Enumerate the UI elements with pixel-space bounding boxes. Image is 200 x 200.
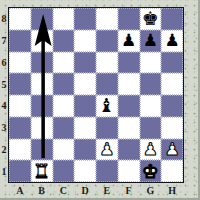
rank-label-3: 3 [0, 117, 8, 139]
square-g3[interactable] [140, 117, 162, 139]
black-pawn[interactable]: ♟ [165, 30, 180, 51]
square-e6[interactable] [96, 52, 118, 74]
square-f7[interactable]: ♟ [118, 30, 140, 52]
square-a4[interactable] [9, 95, 31, 117]
square-d7[interactable] [74, 30, 96, 52]
file-label-e: E [96, 183, 118, 198]
square-g4[interactable] [140, 95, 162, 117]
rank-label-2: 2 [0, 139, 8, 161]
file-label-h: H [161, 183, 183, 198]
square-g8[interactable]: ♚ [140, 8, 162, 30]
square-e3[interactable] [96, 117, 118, 139]
square-f5[interactable] [118, 73, 140, 95]
square-e4[interactable]: ♝ [96, 95, 118, 117]
square-d2[interactable] [74, 139, 96, 161]
square-c1[interactable] [53, 160, 75, 182]
square-e2[interactable]: ♟ [96, 139, 118, 161]
square-h6[interactable] [161, 52, 183, 74]
square-b6[interactable] [31, 52, 53, 74]
square-d1[interactable] [74, 160, 96, 182]
square-c2[interactable] [53, 139, 75, 161]
square-f1[interactable] [118, 160, 140, 182]
square-h5[interactable] [161, 73, 183, 95]
square-b2[interactable] [31, 139, 53, 161]
square-h7[interactable]: ♟ [161, 30, 183, 52]
rank-label-7: 7 [0, 30, 8, 52]
square-a8[interactable] [9, 8, 31, 30]
square-f6[interactable] [118, 52, 140, 74]
file-label-c: C [53, 183, 75, 198]
white-king[interactable]: ♚ [142, 161, 159, 182]
square-c5[interactable] [53, 73, 75, 95]
rank-label-1: 1 [0, 160, 8, 182]
file-label-f: F [118, 183, 140, 198]
square-c6[interactable] [53, 52, 75, 74]
square-c3[interactable] [53, 117, 75, 139]
rank-labels: 87654321 [0, 8, 8, 182]
square-d6[interactable] [74, 52, 96, 74]
square-g2[interactable]: ♟ [140, 139, 162, 161]
square-a1[interactable] [9, 160, 31, 182]
square-b7[interactable] [31, 30, 53, 52]
square-c4[interactable] [53, 95, 75, 117]
white-pawn[interactable]: ♟ [143, 139, 158, 160]
square-g1[interactable]: ♚ [140, 160, 162, 182]
chess-diagram: 87654321 ABCDEFGH ♚♟♟♟♝♟♟♟♜♚ [0, 0, 200, 200]
white-pawn[interactable]: ♟ [99, 139, 114, 160]
square-b5[interactable] [31, 73, 53, 95]
square-b4[interactable] [31, 95, 53, 117]
square-a7[interactable] [9, 30, 31, 52]
square-a3[interactable] [9, 117, 31, 139]
white-pawn[interactable]: ♟ [165, 139, 180, 160]
square-h4[interactable] [161, 95, 183, 117]
rank-label-8: 8 [0, 8, 8, 30]
square-e7[interactable] [96, 30, 118, 52]
square-h3[interactable] [161, 117, 183, 139]
rank-label-6: 6 [0, 52, 8, 74]
square-d4[interactable] [74, 95, 96, 117]
square-b3[interactable] [31, 117, 53, 139]
black-king[interactable]: ♚ [142, 8, 159, 29]
rank-label-4: 4 [0, 95, 8, 117]
file-label-g: G [140, 183, 162, 198]
square-d8[interactable] [74, 8, 96, 30]
file-labels: ABCDEFGH [9, 183, 183, 198]
square-g6[interactable] [140, 52, 162, 74]
black-pawn[interactable]: ♟ [121, 30, 136, 51]
file-label-b: B [31, 183, 53, 198]
square-b1[interactable]: ♜ [31, 160, 53, 182]
chess-board: ♚♟♟♟♝♟♟♟♜♚ [8, 7, 184, 183]
square-h8[interactable] [161, 8, 183, 30]
rank-label-5: 5 [0, 73, 8, 95]
square-a2[interactable] [9, 139, 31, 161]
square-f8[interactable] [118, 8, 140, 30]
square-b8[interactable] [31, 8, 53, 30]
square-c8[interactable] [53, 8, 75, 30]
square-e1[interactable] [96, 160, 118, 182]
file-label-d: D [74, 183, 96, 198]
black-pawn[interactable]: ♟ [143, 30, 158, 51]
square-f4[interactable] [118, 95, 140, 117]
square-f3[interactable] [118, 117, 140, 139]
square-a5[interactable] [9, 73, 31, 95]
square-e8[interactable] [96, 8, 118, 30]
square-d3[interactable] [74, 117, 96, 139]
white-rook[interactable]: ♜ [33, 161, 50, 182]
square-g7[interactable]: ♟ [140, 30, 162, 52]
board-grid: ♚♟♟♟♝♟♟♟♜♚ [9, 8, 183, 182]
square-g5[interactable] [140, 73, 162, 95]
square-f2[interactable] [118, 139, 140, 161]
square-c7[interactable] [53, 30, 75, 52]
file-label-a: A [9, 183, 31, 198]
black-bishop[interactable]: ♝ [98, 95, 115, 116]
square-e5[interactable] [96, 73, 118, 95]
square-h2[interactable]: ♟ [161, 139, 183, 161]
square-a6[interactable] [9, 52, 31, 74]
square-h1[interactable] [161, 160, 183, 182]
square-d5[interactable] [74, 73, 96, 95]
